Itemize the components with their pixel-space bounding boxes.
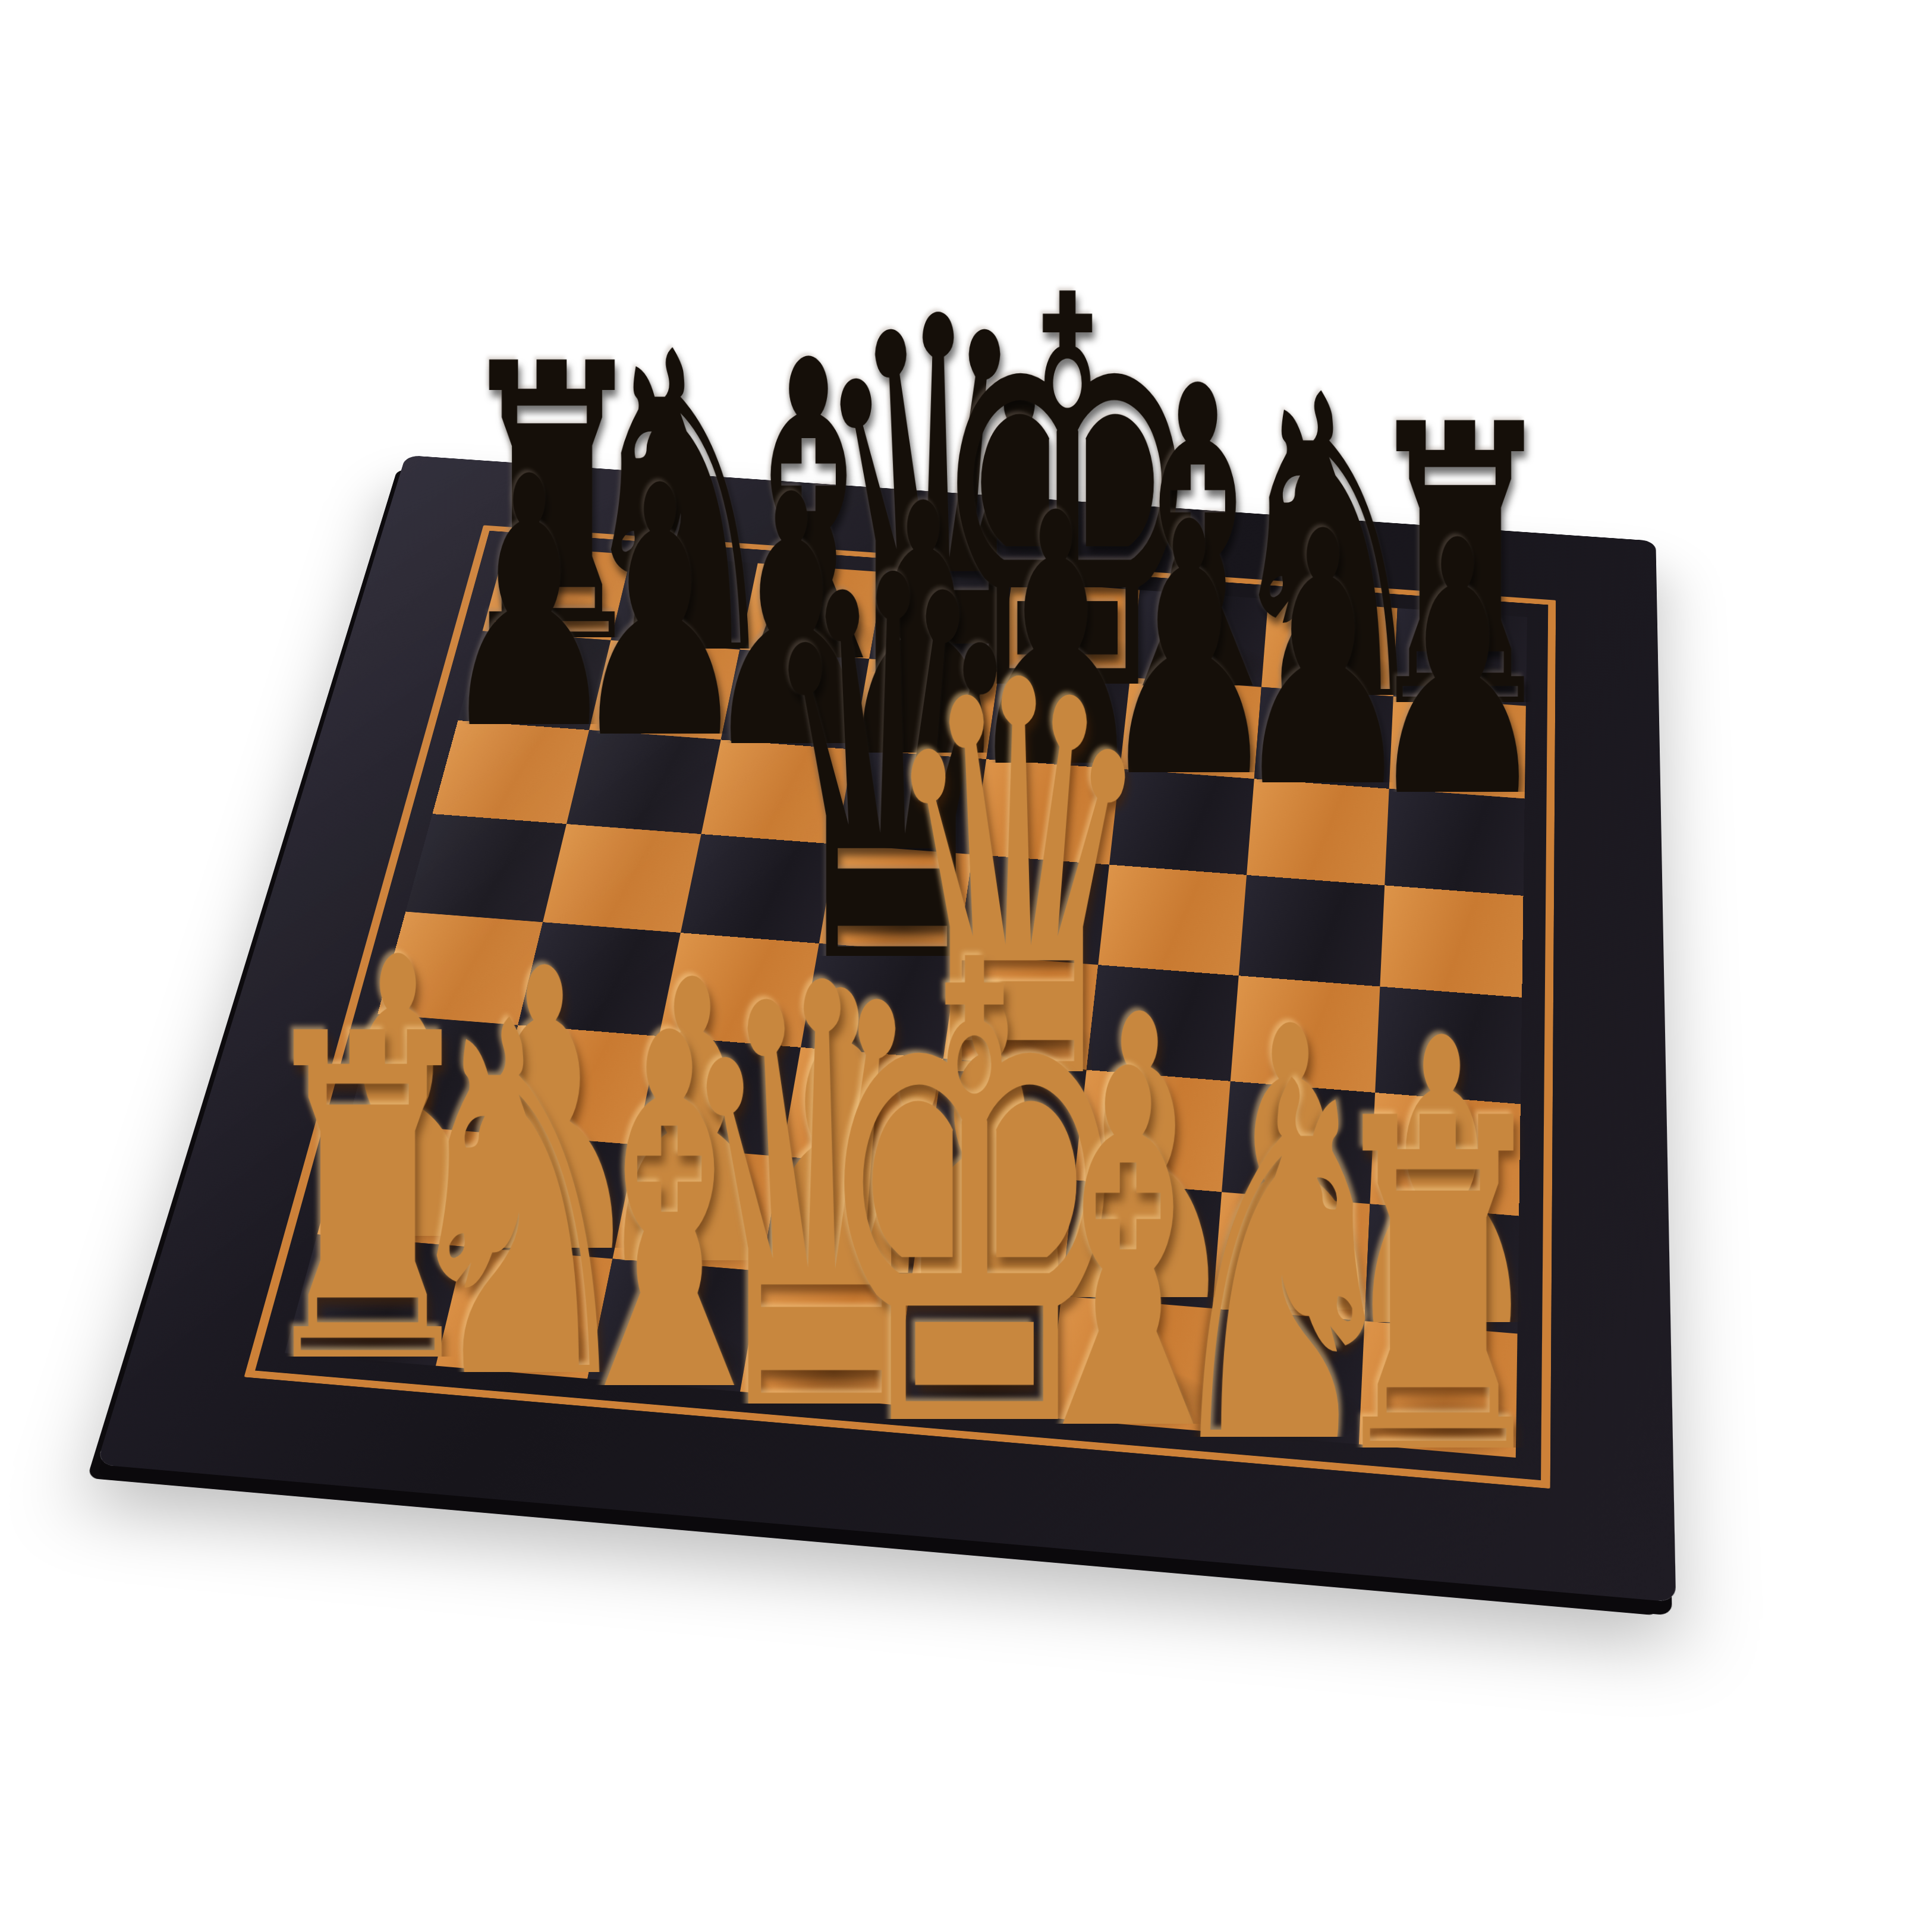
board-frame: ♜♞♝♛♚♝♞♜♟♟♟♟♟♟♟♟♛♛♟♟♟♟♟♟♟♟♜♞♝♛♚♝♞♜ [96,455,1676,1603]
photo-scene: ♜♞♝♛♚♝♞♜♟♟♟♟♟♟♟♟♛♛♟♟♟♟♟♟♟♟♜♞♝♛♚♝♞♜ [0,0,1932,1932]
white-rook-h1: ♜ [1272,1049,1605,1421]
board-grid: ♜♞♝♛♚♝♞♜♟♟♟♟♟♟♟♟♛♛♟♟♟♟♟♟♟♟♜♞♝♛♚♝♞♜ [285,546,1527,1458]
black-pawn-h7: ♟ [1330,486,1585,771]
chess-board: ♜♞♝♛♚♝♞♜♟♟♟♟♟♟♟♟♛♛♟♟♟♟♟♟♟♟♜♞♝♛♚♝♞♜ [96,455,1676,1603]
